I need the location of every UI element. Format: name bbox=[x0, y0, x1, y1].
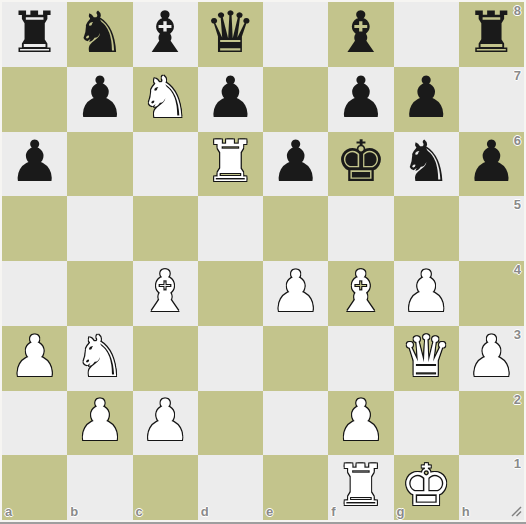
square-h6[interactable]: ♟6 bbox=[459, 132, 524, 197]
square-c6[interactable] bbox=[133, 132, 198, 197]
white-knight-piece[interactable]: ♞ bbox=[140, 69, 191, 126]
square-g3[interactable]: ♛ bbox=[394, 326, 459, 391]
black-pawn-piece[interactable]: ♟ bbox=[74, 69, 125, 126]
white-rook-piece[interactable]: ♜ bbox=[335, 457, 386, 514]
square-e2[interactable] bbox=[263, 391, 328, 456]
square-e3[interactable] bbox=[263, 326, 328, 391]
black-knight-piece[interactable]: ♞ bbox=[401, 133, 452, 190]
square-e8[interactable] bbox=[263, 2, 328, 67]
white-bishop-piece[interactable]: ♝ bbox=[140, 263, 191, 320]
file-label-g: g bbox=[397, 505, 405, 518]
white-pawn-piece[interactable]: ♟ bbox=[9, 328, 60, 385]
rank-label-3: 3 bbox=[514, 328, 521, 341]
square-h8[interactable]: ♜8 bbox=[459, 2, 524, 67]
resize-grip-icon[interactable] bbox=[510, 505, 522, 517]
square-a1[interactable]: a bbox=[2, 455, 67, 520]
chess-board: ♜♞♝♛♝♜8♟♞♟♟♟7♟♜♟♚♞♟65♝♟♝♟4♟♞♛♟3♟♟♟2abcde… bbox=[2, 2, 524, 520]
square-g2[interactable] bbox=[394, 391, 459, 456]
square-h4[interactable]: 4 bbox=[459, 261, 524, 326]
white-pawn-piece[interactable]: ♟ bbox=[401, 263, 452, 320]
black-pawn-piece[interactable]: ♟ bbox=[401, 69, 452, 126]
black-bishop-piece[interactable]: ♝ bbox=[140, 4, 191, 61]
rank-label-4: 4 bbox=[514, 263, 521, 276]
square-c3[interactable] bbox=[133, 326, 198, 391]
square-f1[interactable]: ♜f bbox=[328, 455, 393, 520]
square-h5[interactable]: 5 bbox=[459, 196, 524, 261]
square-g6[interactable]: ♞ bbox=[394, 132, 459, 197]
white-king-piece[interactable]: ♚ bbox=[401, 457, 452, 514]
file-label-h: h bbox=[462, 505, 470, 518]
square-h7[interactable]: 7 bbox=[459, 67, 524, 132]
square-f6[interactable]: ♚ bbox=[328, 132, 393, 197]
square-c8[interactable]: ♝ bbox=[133, 2, 198, 67]
square-f3[interactable] bbox=[328, 326, 393, 391]
square-b6[interactable] bbox=[67, 132, 132, 197]
square-h2[interactable]: 2 bbox=[459, 391, 524, 456]
square-e7[interactable] bbox=[263, 67, 328, 132]
black-knight-piece[interactable]: ♞ bbox=[74, 4, 125, 61]
white-pawn-piece[interactable]: ♟ bbox=[270, 263, 321, 320]
rank-label-7: 7 bbox=[514, 69, 521, 82]
square-a7[interactable] bbox=[2, 67, 67, 132]
square-a8[interactable]: ♜ bbox=[2, 2, 67, 67]
square-g7[interactable]: ♟ bbox=[394, 67, 459, 132]
square-b5[interactable] bbox=[67, 196, 132, 261]
white-pawn-piece[interactable]: ♟ bbox=[466, 328, 517, 385]
file-label-c: c bbox=[136, 505, 143, 518]
black-pawn-piece[interactable]: ♟ bbox=[205, 69, 256, 126]
rank-label-5: 5 bbox=[514, 198, 521, 211]
square-d3[interactable] bbox=[198, 326, 263, 391]
square-h3[interactable]: ♟3 bbox=[459, 326, 524, 391]
square-d1[interactable]: d bbox=[198, 455, 263, 520]
square-d8[interactable]: ♛ bbox=[198, 2, 263, 67]
square-e5[interactable] bbox=[263, 196, 328, 261]
square-d5[interactable] bbox=[198, 196, 263, 261]
square-d6[interactable]: ♜ bbox=[198, 132, 263, 197]
black-king-piece[interactable]: ♚ bbox=[335, 133, 386, 190]
square-d2[interactable] bbox=[198, 391, 263, 456]
square-b3[interactable]: ♞ bbox=[67, 326, 132, 391]
square-a5[interactable] bbox=[2, 196, 67, 261]
black-pawn-piece[interactable]: ♟ bbox=[466, 133, 517, 190]
black-pawn-piece[interactable]: ♟ bbox=[270, 133, 321, 190]
white-knight-piece[interactable]: ♞ bbox=[74, 328, 125, 385]
square-f2[interactable]: ♟ bbox=[328, 391, 393, 456]
square-a3[interactable]: ♟ bbox=[2, 326, 67, 391]
file-label-e: e bbox=[266, 505, 273, 518]
square-c2[interactable]: ♟ bbox=[133, 391, 198, 456]
square-f4[interactable]: ♝ bbox=[328, 261, 393, 326]
rank-label-1: 1 bbox=[514, 457, 521, 470]
square-b1[interactable]: b bbox=[67, 455, 132, 520]
square-d7[interactable]: ♟ bbox=[198, 67, 263, 132]
square-c5[interactable] bbox=[133, 196, 198, 261]
square-d4[interactable] bbox=[198, 261, 263, 326]
white-pawn-piece[interactable]: ♟ bbox=[140, 392, 191, 449]
square-g1[interactable]: ♚g bbox=[394, 455, 459, 520]
square-a6[interactable]: ♟ bbox=[2, 132, 67, 197]
black-queen-piece[interactable]: ♛ bbox=[205, 4, 256, 61]
square-f8[interactable]: ♝ bbox=[328, 2, 393, 67]
black-rook-piece[interactable]: ♜ bbox=[466, 4, 517, 61]
square-c4[interactable]: ♝ bbox=[133, 261, 198, 326]
rank-label-2: 2 bbox=[514, 393, 521, 406]
rank-label-8: 8 bbox=[514, 4, 521, 17]
black-pawn-piece[interactable]: ♟ bbox=[335, 69, 386, 126]
white-pawn-piece[interactable]: ♟ bbox=[74, 392, 125, 449]
rank-label-6: 6 bbox=[514, 134, 521, 147]
white-bishop-piece[interactable]: ♝ bbox=[335, 263, 386, 320]
file-label-f: f bbox=[331, 505, 335, 518]
white-rook-piece[interactable]: ♜ bbox=[205, 133, 256, 190]
square-g8[interactable] bbox=[394, 2, 459, 67]
square-b7[interactable]: ♟ bbox=[67, 67, 132, 132]
square-a4[interactable] bbox=[2, 261, 67, 326]
file-label-d: d bbox=[201, 505, 209, 518]
square-a2[interactable] bbox=[2, 391, 67, 456]
square-e6[interactable]: ♟ bbox=[263, 132, 328, 197]
black-bishop-piece[interactable]: ♝ bbox=[335, 4, 386, 61]
square-b2[interactable]: ♟ bbox=[67, 391, 132, 456]
square-g4[interactable]: ♟ bbox=[394, 261, 459, 326]
black-pawn-piece[interactable]: ♟ bbox=[9, 133, 60, 190]
white-pawn-piece[interactable]: ♟ bbox=[335, 392, 386, 449]
black-rook-piece[interactable]: ♜ bbox=[9, 4, 60, 61]
file-label-b: b bbox=[70, 505, 78, 518]
square-c1[interactable]: c bbox=[133, 455, 198, 520]
square-b4[interactable] bbox=[67, 261, 132, 326]
file-label-a: a bbox=[5, 505, 12, 518]
square-f7[interactable]: ♟ bbox=[328, 67, 393, 132]
square-g5[interactable] bbox=[394, 196, 459, 261]
square-f5[interactable] bbox=[328, 196, 393, 261]
square-c7[interactable]: ♞ bbox=[133, 67, 198, 132]
square-e1[interactable]: e bbox=[263, 455, 328, 520]
square-e4[interactable]: ♟ bbox=[263, 261, 328, 326]
board-frame: ♜♞♝♛♝♜8♟♞♟♟♟7♟♜♟♚♞♟65♝♟♝♟4♟♞♛♟3♟♟♟2abcde… bbox=[0, 0, 526, 524]
white-queen-piece[interactable]: ♛ bbox=[401, 328, 452, 385]
square-b8[interactable]: ♞ bbox=[67, 2, 132, 67]
